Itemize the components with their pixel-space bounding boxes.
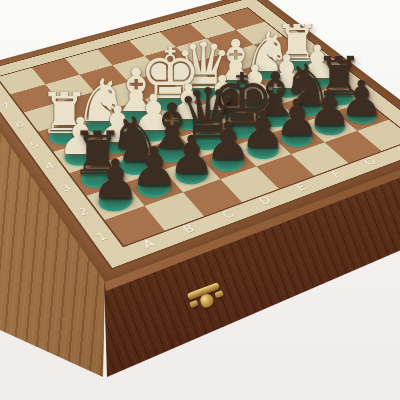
product-photo: ABCDEFGH12345678 ♜♞♝♚♛♝♞♜♟♟♟♟♟♟♟♟♜♞♝♛♚♝♞… [0,0,400,400]
file-label-h: H [395,144,400,155]
file-label-f: F [329,169,345,180]
file-label-e: E [294,182,310,193]
board-grid [0,7,400,247]
board-outer-frame: ABCDEFGH12345678 [0,0,400,282]
file-label-d: D [257,195,275,207]
file-label-c: C [220,209,237,221]
file-label-g: G [362,156,380,167]
file-label-a: A [141,238,158,251]
rank-label-6: 6 [14,120,27,130]
chessboard: ABCDEFGH12345678 [0,0,400,282]
rank-label-2: 2 [76,206,91,218]
file-label-b: B [181,223,198,236]
board-scene: ABCDEFGH12345678 [0,0,400,400]
rank-label-1: 1 [94,231,110,244]
rank-label-4: 4 [43,161,57,172]
board-border: ABCDEFGH12345678 [0,0,400,270]
rank-label-3: 3 [59,183,74,194]
rank-label-7: 7 [0,102,13,111]
rank-label-5: 5 [28,140,42,150]
